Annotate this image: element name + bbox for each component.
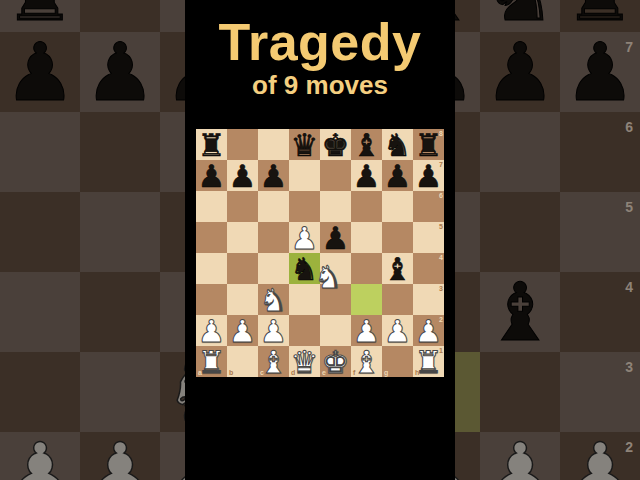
square-g5[interactable] bbox=[382, 222, 413, 253]
animating-white-knight[interactable]: ♞ bbox=[313, 261, 344, 292]
square-a5 bbox=[0, 192, 80, 272]
square-d7[interactable] bbox=[289, 160, 320, 191]
square-f3[interactable] bbox=[351, 284, 382, 315]
white-bishop-f1[interactable]: ♝ bbox=[351, 346, 382, 377]
rank-label-3: 3 bbox=[439, 285, 443, 292]
square-e5[interactable]: ♟ bbox=[320, 222, 351, 253]
square-h4[interactable]: 4 bbox=[413, 253, 444, 284]
black-pawn-e5[interactable]: ♟ bbox=[320, 222, 351, 253]
video-title: Tragedy bbox=[185, 14, 455, 70]
square-b7[interactable]: ♟ bbox=[227, 160, 258, 191]
square-h3: 3 bbox=[560, 352, 640, 432]
black-pawn-b7[interactable]: ♟ bbox=[227, 160, 258, 191]
square-h4: 4 bbox=[560, 272, 640, 352]
square-c4[interactable] bbox=[258, 253, 289, 284]
square-b3 bbox=[80, 352, 160, 432]
square-h5[interactable]: 5 bbox=[413, 222, 444, 253]
file-label-b: b bbox=[229, 369, 233, 376]
white-pawn-b2: ♟ bbox=[80, 432, 160, 480]
square-b2[interactable]: ♟ bbox=[227, 315, 258, 346]
square-b8[interactable] bbox=[227, 129, 258, 160]
rank-label-6: 6 bbox=[625, 120, 633, 134]
file-label-e: e bbox=[322, 369, 326, 376]
square-c8[interactable] bbox=[258, 129, 289, 160]
square-b3[interactable] bbox=[227, 284, 258, 315]
black-knight-g8[interactable]: ♞ bbox=[382, 129, 413, 160]
rank-label-2: 2 bbox=[439, 316, 443, 323]
square-a6 bbox=[0, 112, 80, 192]
square-d5[interactable]: ♟ bbox=[289, 222, 320, 253]
white-pawn-f2[interactable]: ♟ bbox=[351, 315, 382, 346]
white-pawn-b2[interactable]: ♟ bbox=[227, 315, 258, 346]
screenshot-root: ♜♛♚♝♞♜8♟♟♟♟♟♟76♟♟5♞♝4♞3♟♟♟♟♟♟2♜ab♝c♛d♚e♝… bbox=[0, 0, 640, 480]
square-h2[interactable]: ♟2 bbox=[413, 315, 444, 346]
white-pawn-g2: ♟ bbox=[480, 432, 560, 480]
rank-label-8: 8 bbox=[439, 130, 443, 137]
square-a2: ♟ bbox=[0, 432, 80, 480]
shorts-video-column: Tragedy of 9 moves ♞ ♜♛♚♝♞♜8♟♟♟♟♟♟76♟♟5♞… bbox=[185, 0, 455, 480]
square-h2: ♟2 bbox=[560, 432, 640, 480]
file-label-a: a bbox=[198, 369, 202, 376]
square-d6[interactable] bbox=[289, 191, 320, 222]
square-f6[interactable] bbox=[351, 191, 382, 222]
black-pawn-b7: ♟ bbox=[80, 32, 160, 112]
square-f5[interactable] bbox=[351, 222, 382, 253]
file-label-f: f bbox=[353, 369, 355, 376]
video-subtitle: of 9 moves bbox=[185, 71, 455, 99]
square-h5: 5 bbox=[560, 192, 640, 272]
rank-label-7: 7 bbox=[625, 40, 633, 54]
square-b4[interactable] bbox=[227, 253, 258, 284]
white-knight-c3[interactable]: ♞ bbox=[258, 284, 289, 315]
square-e2[interactable] bbox=[320, 315, 351, 346]
black-bishop-g4: ♝ bbox=[480, 272, 560, 352]
black-rook-a8[interactable]: ♜ bbox=[196, 129, 227, 160]
square-f7[interactable]: ♟ bbox=[351, 160, 382, 191]
square-g5 bbox=[480, 192, 560, 272]
black-queen-d8[interactable]: ♛ bbox=[289, 129, 320, 160]
square-b2: ♟ bbox=[80, 432, 160, 480]
square-c7[interactable]: ♟ bbox=[258, 160, 289, 191]
square-a6[interactable] bbox=[196, 191, 227, 222]
square-a3[interactable] bbox=[196, 284, 227, 315]
square-g3 bbox=[480, 352, 560, 432]
square-c6[interactable] bbox=[258, 191, 289, 222]
rank-label-2: 2 bbox=[625, 440, 633, 454]
square-e6[interactable] bbox=[320, 191, 351, 222]
square-g8[interactable]: ♞ bbox=[382, 129, 413, 160]
black-pawn-g7[interactable]: ♟ bbox=[382, 160, 413, 191]
square-b7: ♟ bbox=[80, 32, 160, 112]
black-pawn-a7[interactable]: ♟ bbox=[196, 160, 227, 191]
square-h7[interactable]: ♟7 bbox=[413, 160, 444, 191]
black-pawn-c7[interactable]: ♟ bbox=[258, 160, 289, 191]
square-g7: ♟ bbox=[480, 32, 560, 112]
square-g6[interactable] bbox=[382, 191, 413, 222]
square-d1[interactable]: ♛d bbox=[289, 346, 320, 377]
square-g1[interactable]: g bbox=[382, 346, 413, 377]
square-g4: ♝ bbox=[480, 272, 560, 352]
rank-label-4: 4 bbox=[625, 280, 633, 294]
square-a4[interactable] bbox=[196, 253, 227, 284]
square-h8[interactable]: ♜8 bbox=[413, 129, 444, 160]
rank-label-1: 1 bbox=[439, 347, 443, 354]
square-g4[interactable]: ♝ bbox=[382, 253, 413, 284]
square-g2: ♟ bbox=[480, 432, 560, 480]
square-d2[interactable] bbox=[289, 315, 320, 346]
square-b6 bbox=[80, 112, 160, 192]
square-f8[interactable]: ♝ bbox=[351, 129, 382, 160]
square-a8[interactable]: ♜ bbox=[196, 129, 227, 160]
rank-label-4: 4 bbox=[439, 254, 443, 261]
square-e8[interactable]: ♚ bbox=[320, 129, 351, 160]
square-c1[interactable]: ♝c bbox=[258, 346, 289, 377]
square-h3[interactable]: 3 bbox=[413, 284, 444, 315]
square-e7[interactable] bbox=[320, 160, 351, 191]
square-b1[interactable]: b bbox=[227, 346, 258, 377]
file-label-c: c bbox=[260, 369, 264, 376]
mini-board: ♞ ♜♛♚♝♞♜8♟♟♟♟♟♟76♟♟5♞♝4♞3♟♟♟♟♟♟2♜ab♝c♛d♚… bbox=[196, 129, 444, 377]
white-pawn-a2: ♟ bbox=[0, 432, 80, 480]
black-king-e8[interactable]: ♚ bbox=[320, 129, 351, 160]
white-pawn-d5[interactable]: ♟ bbox=[289, 222, 320, 253]
square-b4 bbox=[80, 272, 160, 352]
square-h7: ♟7 bbox=[560, 32, 640, 112]
square-g7[interactable]: ♟ bbox=[382, 160, 413, 191]
square-b6[interactable] bbox=[227, 191, 258, 222]
square-h6[interactable]: 6 bbox=[413, 191, 444, 222]
square-b5[interactable] bbox=[227, 222, 258, 253]
square-c5[interactable] bbox=[258, 222, 289, 253]
file-label-d: d bbox=[291, 369, 295, 376]
file-label-g: g bbox=[384, 369, 388, 376]
square-f2[interactable]: ♟ bbox=[351, 315, 382, 346]
square-g2[interactable]: ♟ bbox=[382, 315, 413, 346]
square-a5[interactable] bbox=[196, 222, 227, 253]
square-a7[interactable]: ♟ bbox=[196, 160, 227, 191]
square-a4 bbox=[0, 272, 80, 352]
rank-label-7: 7 bbox=[439, 161, 443, 168]
black-bishop-g4[interactable]: ♝ bbox=[382, 253, 413, 284]
square-c2[interactable]: ♟ bbox=[258, 315, 289, 346]
black-pawn-f7[interactable]: ♟ bbox=[351, 160, 382, 191]
square-d8[interactable]: ♛ bbox=[289, 129, 320, 160]
rank-label-6: 6 bbox=[439, 192, 443, 199]
square-b5 bbox=[80, 192, 160, 272]
black-pawn-g7: ♟ bbox=[480, 32, 560, 112]
square-g3[interactable] bbox=[382, 284, 413, 315]
black-pawn-a7: ♟ bbox=[0, 32, 80, 112]
white-pawn-a2[interactable]: ♟ bbox=[196, 315, 227, 346]
file-label-h: h bbox=[415, 369, 419, 376]
rank-label-5: 5 bbox=[625, 200, 633, 214]
rank-label-3: 3 bbox=[625, 360, 633, 374]
square-e1[interactable]: ♚e bbox=[320, 346, 351, 377]
white-pawn-g2[interactable]: ♟ bbox=[382, 315, 413, 346]
square-a1[interactable]: ♜a bbox=[196, 346, 227, 377]
square-a7: ♟ bbox=[0, 32, 80, 112]
black-bishop-f8[interactable]: ♝ bbox=[351, 129, 382, 160]
square-f4[interactable] bbox=[351, 253, 382, 284]
square-g6 bbox=[480, 112, 560, 192]
square-h6: 6 bbox=[560, 112, 640, 192]
square-c3[interactable]: ♞ bbox=[258, 284, 289, 315]
white-pawn-c2[interactable]: ♟ bbox=[258, 315, 289, 346]
square-f1[interactable]: ♝f bbox=[351, 346, 382, 377]
square-h1[interactable]: ♜1h bbox=[413, 346, 444, 377]
square-a3 bbox=[0, 352, 80, 432]
square-a2[interactable]: ♟ bbox=[196, 315, 227, 346]
rank-label-5: 5 bbox=[439, 223, 443, 230]
